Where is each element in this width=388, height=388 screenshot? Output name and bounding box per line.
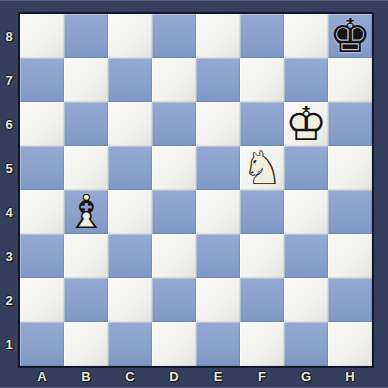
square-d2[interactable]: [152, 278, 196, 322]
square-g2[interactable]: [284, 278, 328, 322]
square-e8[interactable]: [196, 14, 240, 58]
square-a7[interactable]: [20, 58, 64, 102]
square-d8[interactable]: [152, 14, 196, 58]
square-d4[interactable]: [152, 190, 196, 234]
rank-label-8: 8: [0, 14, 18, 58]
file-label-g: G: [284, 366, 328, 386]
square-d5[interactable]: [152, 146, 196, 190]
square-a8[interactable]: [20, 14, 64, 58]
square-e6[interactable]: [196, 102, 240, 146]
square-g8[interactable]: [284, 14, 328, 58]
square-f4[interactable]: [240, 190, 284, 234]
file-label-e: E: [196, 366, 240, 386]
square-c5[interactable]: [108, 146, 152, 190]
file-label-h: H: [328, 366, 372, 386]
square-f2[interactable]: [240, 278, 284, 322]
rank-label-5: 5: [0, 146, 18, 190]
square-d7[interactable]: [152, 58, 196, 102]
rank-label-1: 1: [0, 322, 18, 366]
square-b5[interactable]: [64, 146, 108, 190]
square-c2[interactable]: [108, 278, 152, 322]
square-f7[interactable]: [240, 58, 284, 102]
square-h1[interactable]: [328, 322, 372, 366]
white-bishop-outline-glyph: ♗: [64, 190, 108, 234]
square-b1[interactable]: [64, 322, 108, 366]
square-e1[interactable]: [196, 322, 240, 366]
black-king-glyph: ♚: [328, 14, 372, 58]
square-h2[interactable]: [328, 278, 372, 322]
square-b2[interactable]: [64, 278, 108, 322]
square-f6[interactable]: [240, 102, 284, 146]
square-g6[interactable]: ♚♔: [284, 102, 328, 146]
square-e3[interactable]: [196, 234, 240, 278]
file-label-a: A: [20, 366, 64, 386]
square-c7[interactable]: [108, 58, 152, 102]
square-a3[interactable]: [20, 234, 64, 278]
square-f3[interactable]: [240, 234, 284, 278]
white-knight-glyph: ♞: [240, 146, 284, 190]
square-c8[interactable]: [108, 14, 152, 58]
square-b7[interactable]: [64, 58, 108, 102]
square-a4[interactable]: [20, 190, 64, 234]
square-d1[interactable]: [152, 322, 196, 366]
square-b6[interactable]: [64, 102, 108, 146]
square-e2[interactable]: [196, 278, 240, 322]
piece-white-knight[interactable]: ♞♘: [240, 146, 284, 190]
square-a5[interactable]: [20, 146, 64, 190]
rank-label-4: 4: [0, 190, 18, 234]
square-h5[interactable]: [328, 146, 372, 190]
square-d3[interactable]: [152, 234, 196, 278]
square-c6[interactable]: [108, 102, 152, 146]
rank-label-7: 7: [0, 58, 18, 102]
square-h4[interactable]: [328, 190, 372, 234]
square-e4[interactable]: [196, 190, 240, 234]
square-e7[interactable]: [196, 58, 240, 102]
square-g1[interactable]: [284, 322, 328, 366]
chess-diagram: 87654321 ♚♚♔♞♘♝♗ ABCDEFGH: [0, 0, 388, 388]
square-g4[interactable]: [284, 190, 328, 234]
square-f8[interactable]: [240, 14, 284, 58]
square-a2[interactable]: [20, 278, 64, 322]
square-c4[interactable]: [108, 190, 152, 234]
square-h3[interactable]: [328, 234, 372, 278]
white-king-outline-glyph: ♔: [284, 102, 328, 146]
white-knight-outline-glyph: ♘: [240, 146, 284, 190]
rank-labels: 87654321: [0, 14, 18, 366]
square-a6[interactable]: [20, 102, 64, 146]
square-c3[interactable]: [108, 234, 152, 278]
square-b4[interactable]: ♝♗: [64, 190, 108, 234]
board-frame: ♚♚♔♞♘♝♗: [18, 12, 374, 368]
file-label-c: C: [108, 366, 152, 386]
rank-label-3: 3: [0, 234, 18, 278]
piece-white-king[interactable]: ♚♔: [284, 102, 328, 146]
chess-board: ♚♚♔♞♘♝♗: [20, 14, 372, 366]
white-bishop-glyph: ♝: [64, 190, 108, 234]
file-labels: ABCDEFGH: [20, 366, 372, 386]
file-label-f: F: [240, 366, 284, 386]
square-h7[interactable]: [328, 58, 372, 102]
rank-label-2: 2: [0, 278, 18, 322]
square-b3[interactable]: [64, 234, 108, 278]
square-h6[interactable]: [328, 102, 372, 146]
square-a1[interactable]: [20, 322, 64, 366]
square-g5[interactable]: [284, 146, 328, 190]
square-b8[interactable]: [64, 14, 108, 58]
square-e5[interactable]: [196, 146, 240, 190]
square-g7[interactable]: [284, 58, 328, 102]
file-label-b: B: [64, 366, 108, 386]
white-king-glyph: ♚: [284, 102, 328, 146]
square-f5[interactable]: ♞♘: [240, 146, 284, 190]
file-label-d: D: [152, 366, 196, 386]
piece-white-bishop[interactable]: ♝♗: [64, 190, 108, 234]
square-f1[interactable]: [240, 322, 284, 366]
square-h8[interactable]: ♚: [328, 14, 372, 58]
piece-black-king[interactable]: ♚: [328, 14, 372, 58]
square-c1[interactable]: [108, 322, 152, 366]
rank-label-6: 6: [0, 102, 18, 146]
square-g3[interactable]: [284, 234, 328, 278]
square-d6[interactable]: [152, 102, 196, 146]
